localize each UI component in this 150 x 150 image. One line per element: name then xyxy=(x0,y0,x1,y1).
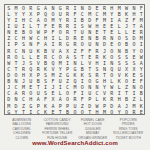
grid-cell-r18c15[interactable]: O xyxy=(108,109,115,115)
footer-link[interactable]: www.WordSearchAddict.com xyxy=(0,140,150,146)
grid-cell-r18c2[interactable]: Y xyxy=(12,109,19,115)
grid-cell-r18c19[interactable]: E xyxy=(138,109,145,115)
word-list-column-2: COTTON CANDYFAIRGROUNDFERRIS WHEELFORTUN… xyxy=(40,117,76,141)
grid-cell-r18c17[interactable]: O xyxy=(123,109,130,115)
word-list-column-3: FUNNEL CAKEHOT DOGSJUGGLERMIDWAYORGAN GR… xyxy=(75,117,111,141)
grid-cell-r18c16[interactable]: Y xyxy=(116,109,123,115)
grid-cell-r18c7[interactable]: E xyxy=(49,109,56,115)
word-item: ORGAN GRINDER xyxy=(78,135,107,140)
grid-cell-r18c11[interactable]: O xyxy=(79,109,86,115)
word-list-column-4: POPCORNPRIZESRING TOSSROLLERCOASTERTICKE… xyxy=(111,117,147,141)
grid-cell-r18c14[interactable]: M xyxy=(101,109,108,115)
grid-cell-r18c12[interactable]: T xyxy=(86,109,93,115)
grid-cell-r18c3[interactable]: T xyxy=(20,109,27,115)
word-list-columns: ADMISSIONBALLOONSCAROUSELCHILDRENCLOWNCO… xyxy=(4,117,146,141)
grid-cell-r18c1[interactable]: G xyxy=(5,109,12,115)
grid-cell-r18c13[interactable]: H xyxy=(93,109,100,115)
word-list: ADMISSIONBALLOONSCAROUSELCHILDRENCLOWNCO… xyxy=(4,117,146,141)
word-list-column-1: ADMISSIONBALLOONSCAROUSELCHILDRENCLOWN xyxy=(4,117,40,141)
grid-cell-r18c4[interactable]: I xyxy=(27,109,34,115)
word-item: TICKET BOOTH xyxy=(116,135,141,140)
grid-cell-r18c10[interactable]: O xyxy=(71,109,78,115)
puzzle-grid: SMORGANGRINDERHMWNFLYYXPQOURFCMCMYBKHTYI… xyxy=(5,5,145,115)
grid-cell-r18c8[interactable]: T xyxy=(57,109,64,115)
grid-cell-r18c6[interactable]: K xyxy=(42,109,49,115)
word-item: FUN HOUSE xyxy=(47,135,67,140)
word-item: CLOWN xyxy=(15,135,28,140)
grid-cell-r18c5[interactable]: C xyxy=(34,109,41,115)
word-search-board: SMORGANGRINDERHMWNFLYYXPQOURFCMCMYBKHTYI… xyxy=(4,4,145,115)
grid-cell-r18c18[interactable]: R xyxy=(130,109,137,115)
grid-cell-r18c9[interactable]: B xyxy=(64,109,71,115)
